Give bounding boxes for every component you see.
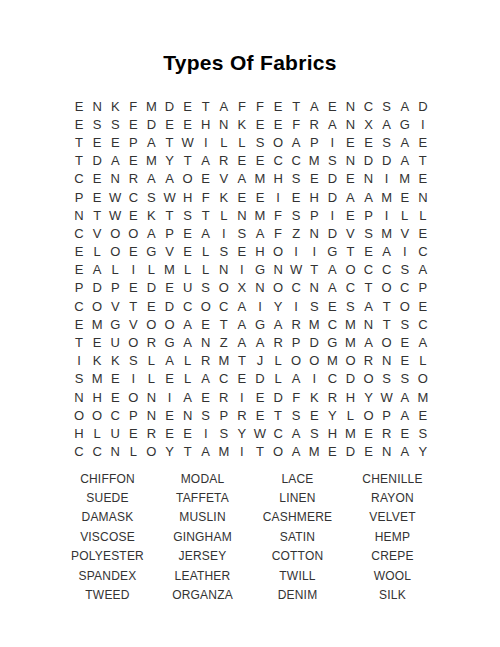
grid-cell-r16c2: M [88, 370, 106, 388]
grid-cell-r19c6: E [160, 424, 178, 442]
grid-cell-r11c8: S [197, 279, 215, 297]
grid-cell-r5c2: E [88, 170, 106, 188]
puzzle-title: Types Of Fabrics [0, 51, 500, 75]
grid-cell-r6c3: W [106, 188, 124, 206]
grid-cell-r20c5: O [142, 443, 160, 461]
grid-cell-r10c2: A [88, 261, 106, 279]
grid-cell-r12c9: C [215, 297, 233, 315]
grid-cell-r10c5: L [142, 261, 160, 279]
grid-cell-r17c2: H [88, 388, 106, 406]
grid-cell-r8c13: Z [287, 224, 305, 242]
grid-cell-r10c15: A [323, 261, 341, 279]
grid-cell-r1c15: E [323, 97, 341, 115]
grid-cell-r15c17: R [360, 352, 378, 370]
grid-cell-r17c12: D [269, 388, 287, 406]
grid-cell-r19c16: M [341, 424, 359, 442]
grid-cell-r17c3: E [106, 388, 124, 406]
grid-cell-r7c1: N [70, 206, 88, 224]
grid-cell-r11c16: C [341, 279, 359, 297]
grid-cell-r2c20: I [414, 115, 432, 133]
grid-cell-r18c3: C [106, 406, 124, 424]
grid-cell-r3c11: S [251, 133, 269, 151]
grid-cell-r9c11: H [251, 243, 269, 261]
word-hemp: HEMP [345, 527, 440, 546]
grid-cell-r5c10: A [233, 170, 251, 188]
grid-cell-r11c3: P [106, 279, 124, 297]
grid-cell-r12c4: T [124, 297, 142, 315]
grid-cell-r3c13: A [287, 133, 305, 151]
grid-cell-r13c1: E [70, 315, 88, 333]
word-velvet: VELVET [345, 508, 440, 527]
grid-cell-r12c17: A [360, 297, 378, 315]
grid-cell-r18c10: R [233, 406, 251, 424]
grid-cell-r17c14: K [305, 388, 323, 406]
grid-cell-r6c1: P [70, 188, 88, 206]
grid-cell-r6c2: E [88, 188, 106, 206]
grid-cell-r5c19: M [396, 170, 414, 188]
grid-cell-r17c16: H [341, 388, 359, 406]
grid-cell-r11c14: N [305, 279, 323, 297]
grid-cell-r18c14: E [305, 406, 323, 424]
grid-cell-r8c10: S [233, 224, 251, 242]
grid-cell-r1c10: F [233, 97, 251, 115]
grid-cell-r6c9: K [215, 188, 233, 206]
grid-cell-r20c1: C [70, 443, 88, 461]
grid-cell-r1c19: A [396, 97, 414, 115]
grid-cell-r7c12: F [269, 206, 287, 224]
grid-cell-r12c12: Y [269, 297, 287, 315]
grid-cell-r6c14: H [305, 188, 323, 206]
grid-cell-r4c2: D [88, 152, 106, 170]
grid-cell-r8c2: V [88, 224, 106, 242]
grid-cell-r16c16: D [341, 370, 359, 388]
word-cashmere: CASHMERE [250, 508, 345, 527]
grid-cell-r2c16: N [341, 115, 359, 133]
grid-cell-r18c2: O [88, 406, 106, 424]
grid-cell-r17c1: N [70, 388, 88, 406]
word-chiffon: CHIFFON [60, 469, 155, 488]
grid-cell-r8c19: V [396, 224, 414, 242]
grid-cell-r5c12: H [269, 170, 287, 188]
grid-cell-r1c2: N [88, 97, 106, 115]
word-gingham: GINGHAM [155, 527, 250, 546]
grid-cell-r16c14: I [305, 370, 323, 388]
grid-cell-r13c17: N [360, 315, 378, 333]
grid-cell-r1c9: A [215, 97, 233, 115]
grid-cell-r8c3: O [106, 224, 124, 242]
grid-cell-r14c15: G [323, 333, 341, 351]
grid-cell-r8c12: F [269, 224, 287, 242]
grid-cell-r18c4: P [124, 406, 142, 424]
grid-cell-r19c5: R [142, 424, 160, 442]
grid-cell-r14c9: Z [215, 333, 233, 351]
grid-cell-r10c14: T [305, 261, 323, 279]
grid-cell-r16c6: E [160, 370, 178, 388]
word-rayon: RAYON [345, 488, 440, 507]
grid-cell-r16c17: O [360, 370, 378, 388]
grid-cell-r18c18: P [378, 406, 396, 424]
grid-cell-r2c18: A [378, 115, 396, 133]
grid-cell-r12c5: E [142, 297, 160, 315]
grid-cell-r16c4: I [124, 370, 142, 388]
grid-cell-r3c16: E [341, 133, 359, 151]
grid-cell-r19c18: R [378, 424, 396, 442]
word-muslin: MUSLIN [155, 508, 250, 527]
grid-cell-r10c10: I [233, 261, 251, 279]
grid-cell-r12c10: A [233, 297, 251, 315]
grid-cell-r5c5: A [142, 170, 160, 188]
word-jersey: JERSEY [155, 547, 250, 566]
grid-cell-r4c7: T [179, 152, 197, 170]
grid-cell-r2c3: S [106, 115, 124, 133]
grid-cell-r5c15: D [323, 170, 341, 188]
grid-cell-r15c10: T [233, 352, 251, 370]
grid-cell-r2c5: D [142, 115, 160, 133]
grid-cell-r11c2: D [88, 279, 106, 297]
word-tweed: TWEED [60, 585, 155, 604]
grid-cell-r13c2: M [88, 315, 106, 333]
grid-cell-r15c19: E [396, 352, 414, 370]
grid-cell-r10c6: M [160, 261, 178, 279]
grid-cell-r7c2: T [88, 206, 106, 224]
grid-cell-r6c4: C [124, 188, 142, 206]
grid-cell-r2c10: K [233, 115, 251, 133]
grid-cell-r1c20: D [414, 97, 432, 115]
grid-cell-r20c7: T [179, 443, 197, 461]
letter-grid: ENKFMDETAFFETAENCSADESSEDEEHNKEEFRANXAGI… [70, 97, 432, 461]
grid-cell-r15c8: R [197, 352, 215, 370]
word-chenille: CHENILLE [345, 469, 440, 488]
grid-cell-r9c19: I [396, 243, 414, 261]
grid-cell-r17c17: Y [360, 388, 378, 406]
grid-cell-r19c12: C [269, 424, 287, 442]
grid-cell-r20c12: O [269, 443, 287, 461]
grid-cell-r10c7: L [179, 261, 197, 279]
grid-cell-r14c8: N [197, 333, 215, 351]
grid-cell-r8c5: A [142, 224, 160, 242]
grid-cell-r6c17: A [360, 188, 378, 206]
grid-cell-r6c20: N [414, 188, 432, 206]
grid-cell-r16c19: S [396, 370, 414, 388]
grid-cell-r19c3: U [106, 424, 124, 442]
grid-cell-r20c14: M [305, 443, 323, 461]
grid-cell-r9c6: V [160, 243, 178, 261]
grid-cell-r3c9: L [215, 133, 233, 151]
grid-cell-r7c4: E [124, 206, 142, 224]
grid-cell-r13c11: G [251, 315, 269, 333]
grid-cell-r18c1: O [70, 406, 88, 424]
grid-cell-r3c3: E [106, 133, 124, 151]
grid-cell-r3c2: E [88, 133, 106, 151]
grid-cell-r14c5: R [142, 333, 160, 351]
grid-cell-r14c2: E [88, 333, 106, 351]
grid-cell-r5c6: A [160, 170, 178, 188]
word-twill: TWILL [250, 566, 345, 585]
grid-cell-r15c1: I [70, 352, 88, 370]
grid-cell-r12c20: E [414, 297, 432, 315]
grid-cell-r12c16: S [341, 297, 359, 315]
grid-cell-r4c8: A [197, 152, 215, 170]
grid-cell-r7c15: I [323, 206, 341, 224]
grid-cell-r1c1: E [70, 97, 88, 115]
grid-cell-r18c8: S [197, 406, 215, 424]
grid-cell-r12c14: S [305, 297, 323, 315]
grid-cell-r16c12: L [269, 370, 287, 388]
grid-cell-r6c8: F [197, 188, 215, 206]
grid-cell-r7c14: P [305, 206, 323, 224]
grid-cell-r11c1: P [70, 279, 88, 297]
grid-cell-r8c1: C [70, 224, 88, 242]
grid-cell-r13c7: A [179, 315, 197, 333]
grid-cell-r9c5: G [142, 243, 160, 261]
grid-cell-r16c7: L [179, 370, 197, 388]
grid-cell-r16c11: D [251, 370, 269, 388]
grid-cell-r14c19: E [396, 333, 414, 351]
grid-cell-r2c6: E [160, 115, 178, 133]
grid-cell-r12c2: O [88, 297, 106, 315]
grid-cell-r11c9: O [215, 279, 233, 297]
grid-cell-r15c2: K [88, 352, 106, 370]
grid-cell-r3c20: E [414, 133, 432, 151]
grid-cell-r16c18: S [378, 370, 396, 388]
grid-cell-r18c15: Y [323, 406, 341, 424]
grid-cell-r5c7: O [179, 170, 197, 188]
grid-cell-r1c3: K [106, 97, 124, 115]
word-satin: SATIN [250, 527, 345, 546]
grid-cell-r18c20: E [414, 406, 432, 424]
grid-cell-r15c5: L [142, 352, 160, 370]
grid-cell-r9c13: I [287, 243, 305, 261]
grid-cell-r1c12: E [269, 97, 287, 115]
grid-cell-r13c8: E [197, 315, 215, 333]
grid-cell-r1c18: S [378, 97, 396, 115]
grid-cell-r4c19: A [396, 152, 414, 170]
grid-cell-r13c10: A [233, 315, 251, 333]
grid-cell-r11c5: D [142, 279, 160, 297]
grid-cell-r8c16: V [341, 224, 359, 242]
grid-cell-r3c17: E [360, 133, 378, 151]
grid-cell-r18c6: E [160, 406, 178, 424]
grid-cell-r10c8: L [197, 261, 215, 279]
word-taffeta: TAFFETA [155, 488, 250, 507]
grid-cell-r17c15: R [323, 388, 341, 406]
word-organza: ORGANZA [155, 585, 250, 604]
grid-cell-r16c10: E [233, 370, 251, 388]
grid-cell-r12c8: O [197, 297, 215, 315]
grid-cell-r1c8: T [197, 97, 215, 115]
grid-cell-r17c19: A [396, 388, 414, 406]
grid-cell-r15c7: L [179, 352, 197, 370]
grid-cell-r19c2: L [88, 424, 106, 442]
word-lace: LACE [250, 469, 345, 488]
grid-cell-r20c9: M [215, 443, 233, 461]
grid-cell-r10c13: W [287, 261, 305, 279]
grid-cell-r12c1: C [70, 297, 88, 315]
grid-cell-r7c7: S [179, 206, 197, 224]
grid-cell-r20c19: A [396, 443, 414, 461]
word-leather: LEATHER [155, 566, 250, 585]
grid-cell-r13c19: S [396, 315, 414, 333]
grid-cell-r14c4: O [124, 333, 142, 351]
grid-cell-r20c2: C [88, 443, 106, 461]
grid-cell-r5c8: E [197, 170, 215, 188]
grid-cell-r9c9: S [215, 243, 233, 261]
grid-cell-r4c9: R [215, 152, 233, 170]
grid-cell-r13c9: T [215, 315, 233, 333]
grid-cell-r6c19: E [396, 188, 414, 206]
grid-cell-r14c13: P [287, 333, 305, 351]
grid-cell-r8c15: D [323, 224, 341, 242]
grid-cell-r13c14: M [305, 315, 323, 333]
grid-cell-r13c6: O [160, 315, 178, 333]
grid-cell-r6c7: H [179, 188, 197, 206]
grid-cell-r1c11: F [251, 97, 269, 115]
grid-cell-r4c11: E [251, 152, 269, 170]
grid-cell-r9c12: O [269, 243, 287, 261]
grid-cell-r8c20: E [414, 224, 432, 242]
grid-cell-r5c17: N [360, 170, 378, 188]
grid-cell-r7c16: E [341, 206, 359, 224]
grid-cell-r9c15: G [323, 243, 341, 261]
grid-cell-r12c19: O [396, 297, 414, 315]
grid-cell-r15c4: S [124, 352, 142, 370]
grid-cell-r8c9: I [215, 224, 233, 242]
grid-cell-r11c10: X [233, 279, 251, 297]
grid-cell-r6c11: E [251, 188, 269, 206]
grid-cell-r14c3: U [106, 333, 124, 351]
grid-cell-r11c7: U [179, 279, 197, 297]
grid-cell-r17c7: A [179, 388, 197, 406]
grid-cell-r15c13: O [287, 352, 305, 370]
grid-cell-r11c19: C [396, 279, 414, 297]
grid-cell-r2c13: F [287, 115, 305, 133]
grid-cell-r9c10: E [233, 243, 251, 261]
grid-cell-r4c10: E [233, 152, 251, 170]
grid-cell-r8c17: S [360, 224, 378, 242]
grid-cell-r20c20: Y [414, 443, 432, 461]
grid-cell-r16c9: C [215, 370, 233, 388]
grid-cell-r3c18: S [378, 133, 396, 151]
grid-cell-r4c13: C [287, 152, 305, 170]
grid-cell-r7c19: L [396, 206, 414, 224]
grid-cell-r18c9: P [215, 406, 233, 424]
grid-cell-r1c14: A [305, 97, 323, 115]
grid-cell-r4c16: N [341, 152, 359, 170]
grid-cell-r7c6: T [160, 206, 178, 224]
grid-cell-r15c16: O [341, 352, 359, 370]
word-cotton: COTTON [250, 547, 345, 566]
grid-cell-r3c14: P [305, 133, 323, 151]
grid-cell-r13c12: A [269, 315, 287, 333]
grid-cell-r3c19: A [396, 133, 414, 151]
grid-cell-r15c12: L [269, 352, 287, 370]
grid-cell-r18c11: E [251, 406, 269, 424]
grid-cell-r13c5: O [142, 315, 160, 333]
grid-cell-r11c4: E [124, 279, 142, 297]
grid-cell-r2c11: E [251, 115, 269, 133]
grid-cell-r16c3: E [106, 370, 124, 388]
grid-cell-r5c3: N [106, 170, 124, 188]
grid-cell-r6c5: S [142, 188, 160, 206]
grid-cell-r20c13: A [287, 443, 305, 461]
grid-cell-r10c3: L [106, 261, 124, 279]
grid-cell-r4c15: S [323, 152, 341, 170]
word-crepe: CREPE [345, 547, 440, 566]
grid-cell-r1c5: M [142, 97, 160, 115]
grid-cell-r4c20: T [414, 152, 432, 170]
grid-cell-r6c16: A [341, 188, 359, 206]
grid-cell-r3c4: P [124, 133, 142, 151]
grid-cell-r4c1: T [70, 152, 88, 170]
grid-cell-r4c5: M [142, 152, 160, 170]
grid-cell-r13c13: R [287, 315, 305, 333]
grid-cell-r13c18: T [378, 315, 396, 333]
grid-cell-r19c7: E [179, 424, 197, 442]
word-viscose: VISCOSE [60, 527, 155, 546]
grid-cell-r17c11: E [251, 388, 269, 406]
grid-cell-r4c12: C [269, 152, 287, 170]
grid-cell-r9c17: E [360, 243, 378, 261]
grid-cell-r19c9: S [215, 424, 233, 442]
grid-cell-r3c12: O [269, 133, 287, 151]
grid-cell-r13c16: M [341, 315, 359, 333]
grid-cell-r4c3: A [106, 152, 124, 170]
grid-cell-r13c15: C [323, 315, 341, 333]
grid-cell-r19c13: A [287, 424, 305, 442]
grid-cell-r1c4: F [124, 97, 142, 115]
grid-cell-r8c7: E [179, 224, 197, 242]
grid-cell-r7c3: W [106, 206, 124, 224]
grid-cell-r15c14: O [305, 352, 323, 370]
grid-cell-r9c14: I [305, 243, 323, 261]
grid-cell-r9c1: E [70, 243, 88, 261]
grid-cell-r16c5: L [142, 370, 160, 388]
grid-cell-r14c16: M [341, 333, 359, 351]
grid-cell-r6c18: M [378, 188, 396, 206]
word-silk: SILK [345, 585, 440, 604]
grid-cell-r5c4: R [124, 170, 142, 188]
grid-cell-r19c8: I [197, 424, 215, 442]
grid-cell-r3c8: I [197, 133, 215, 151]
grid-cell-r19c10: Y [233, 424, 251, 442]
grid-cell-r4c17: D [360, 152, 378, 170]
grid-cell-r8c18: M [378, 224, 396, 242]
grid-cell-r15c6: A [160, 352, 178, 370]
grid-cell-r7c8: T [197, 206, 215, 224]
grid-cell-r13c3: G [106, 315, 124, 333]
grid-cell-r15c20: L [414, 352, 432, 370]
word-damask: DAMASK [60, 508, 155, 527]
grid-cell-r20c18: N [378, 443, 396, 461]
grid-cell-r2c2: S [88, 115, 106, 133]
grid-cell-r4c14: M [305, 152, 323, 170]
grid-cell-r20c11: T [251, 443, 269, 461]
grid-cell-r20c10: I [233, 443, 251, 461]
grid-cell-r18c13: S [287, 406, 305, 424]
grid-cell-r20c17: E [360, 443, 378, 461]
grid-cell-r11c18: O [378, 279, 396, 297]
grid-cell-r7c13: S [287, 206, 305, 224]
grid-cell-r8c11: A [251, 224, 269, 242]
grid-cell-r1c16: N [341, 97, 359, 115]
grid-cell-r11c12: O [269, 279, 287, 297]
grid-cell-r10c4: I [124, 261, 142, 279]
grid-cell-r2c7: E [179, 115, 197, 133]
grid-cell-r17c10: I [233, 388, 251, 406]
grid-cell-r3c5: A [142, 133, 160, 151]
grid-cell-r9c20: C [414, 243, 432, 261]
grid-cell-r6c13: E [287, 188, 305, 206]
